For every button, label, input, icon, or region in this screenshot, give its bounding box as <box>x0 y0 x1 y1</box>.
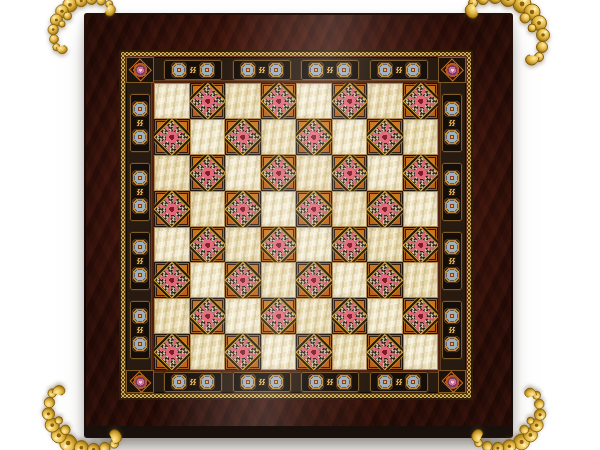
mosaic-diamond-rosette <box>190 227 226 263</box>
mosaic-diamond-rosette <box>403 83 439 119</box>
bead-connector <box>258 378 266 386</box>
bead-connector <box>448 257 456 265</box>
mosaic-diamond-rosette <box>367 119 403 155</box>
square-c7 <box>225 119 261 155</box>
mosaic-diamond-rosette <box>296 334 332 370</box>
square-b1 <box>190 334 226 370</box>
square-c5 <box>225 191 261 227</box>
rosette-medallion-icon <box>132 129 148 145</box>
square-f4 <box>332 227 368 263</box>
rosette-medallion-icon <box>444 239 460 255</box>
rosette-medallion-icon <box>268 62 284 78</box>
mosaic-diamond-rosette <box>296 191 332 227</box>
square-c6 <box>225 155 261 191</box>
mosaic-diamond-rosette <box>367 191 403 227</box>
square-e6 <box>296 155 332 191</box>
mosaic-diamond-rosette <box>225 334 261 370</box>
rosette-medallion-icon <box>240 62 256 78</box>
square-e5 <box>296 191 332 227</box>
mosaic-diamond-rosette <box>332 155 368 191</box>
border-corner-tile <box>126 57 154 83</box>
border-strip-left <box>126 83 154 370</box>
bead-connector <box>136 257 144 265</box>
square-h4 <box>403 227 439 263</box>
gold-bead-fillet <box>120 51 472 399</box>
rosette-medallion-icon <box>336 374 352 390</box>
mosaic-diamond-rosette <box>403 227 439 263</box>
square-g8 <box>367 83 403 119</box>
rosette-medallion-icon <box>444 170 460 186</box>
mosaic-diamond-rosette <box>154 262 190 298</box>
square-g1 <box>367 334 403 370</box>
bead-connector <box>136 326 144 334</box>
rosette-medallion-icon <box>308 374 324 390</box>
square-f1 <box>332 334 368 370</box>
rosette-medallion-icon <box>444 336 460 352</box>
rosette-medallion-icon <box>444 129 460 145</box>
mosaic-diamond-rosette <box>154 334 190 370</box>
square-f7 <box>332 119 368 155</box>
product-photo <box>0 0 600 450</box>
square-h5 <box>403 191 439 227</box>
bead-connector <box>395 66 403 74</box>
square-e8 <box>296 83 332 119</box>
mosaic-diamond-rosette <box>261 227 297 263</box>
square-a3 <box>154 262 190 298</box>
border-medallion-panel <box>442 163 462 221</box>
rosette-medallion-icon <box>444 308 460 324</box>
rosette-medallion-icon <box>132 267 148 283</box>
square-g5 <box>367 191 403 227</box>
mosaic-diamond-rosette <box>154 191 190 227</box>
border-medallion-panel <box>164 372 222 392</box>
bead-connector <box>448 119 456 127</box>
mosaic-diamond-rosette <box>190 83 226 119</box>
square-e1 <box>296 334 332 370</box>
square-b6 <box>190 155 226 191</box>
square-g7 <box>367 119 403 155</box>
square-f8 <box>332 83 368 119</box>
square-f5 <box>332 191 368 227</box>
border-strip-top <box>154 57 438 83</box>
square-d2 <box>261 298 297 334</box>
square-d1 <box>261 334 297 370</box>
chess-table-board <box>84 13 513 438</box>
rosette-medallion-icon <box>132 336 148 352</box>
chess-board <box>154 83 438 370</box>
border-medallion-panel <box>301 372 359 392</box>
square-b8 <box>190 83 226 119</box>
rosette-medallion-icon <box>444 198 460 214</box>
border-medallion-panel <box>233 60 291 80</box>
square-b7 <box>190 119 226 155</box>
rosette-medallion-icon <box>132 170 148 186</box>
rosette-medallion-icon <box>377 62 393 78</box>
square-c4 <box>225 227 261 263</box>
square-g2 <box>367 298 403 334</box>
square-e3 <box>296 262 332 298</box>
square-e4 <box>296 227 332 263</box>
border-strip-right <box>438 83 466 370</box>
mosaic-diamond-rosette <box>332 83 368 119</box>
bead-connector <box>326 378 334 386</box>
square-f3 <box>332 262 368 298</box>
square-c2 <box>225 298 261 334</box>
rosette-medallion-icon <box>336 62 352 78</box>
mosaic-diamond-rosette <box>190 155 226 191</box>
mosaic-diamond-rosette <box>154 119 190 155</box>
square-a8 <box>154 83 190 119</box>
square-c3 <box>225 262 261 298</box>
rosette-medallion-icon <box>199 62 215 78</box>
rosette-medallion-icon <box>132 239 148 255</box>
square-f2 <box>332 298 368 334</box>
rosette-medallion-icon <box>268 374 284 390</box>
border-medallion-panel <box>442 232 462 290</box>
border-medallion-panel <box>442 301 462 359</box>
corner-ornament-top-left-icon <box>46 0 126 72</box>
mosaic-diamond-rosette <box>403 155 439 191</box>
border-medallion-panel <box>370 60 428 80</box>
square-h8 <box>403 83 439 119</box>
square-g6 <box>367 155 403 191</box>
border-medallion-panel <box>301 60 359 80</box>
square-g3 <box>367 262 403 298</box>
mosaic-diamond-rosette <box>367 334 403 370</box>
rosette-medallion-icon <box>132 101 148 117</box>
bead-connector <box>136 188 144 196</box>
mosaic-diamond-rosette <box>225 262 261 298</box>
square-a2 <box>154 298 190 334</box>
mosaic-diamond-rosette <box>261 155 297 191</box>
square-a7 <box>154 119 190 155</box>
square-d8 <box>261 83 297 119</box>
square-a6 <box>154 155 190 191</box>
rosette-medallion-icon <box>171 374 187 390</box>
square-e2 <box>296 298 332 334</box>
border-medallion-panel <box>370 372 428 392</box>
rosette-medallion-icon <box>444 267 460 283</box>
square-d3 <box>261 262 297 298</box>
mosaic-border-band <box>126 57 466 393</box>
mosaic-diamond-rosette <box>225 191 261 227</box>
rosette-medallion-icon <box>444 101 460 117</box>
square-g4 <box>367 227 403 263</box>
square-h7 <box>403 119 439 155</box>
border-medallion-panel <box>233 372 291 392</box>
corner-ornament-bottom-left-icon <box>40 364 134 450</box>
rosette-medallion-icon <box>308 62 324 78</box>
square-b5 <box>190 191 226 227</box>
border-medallion-panel <box>442 94 462 152</box>
mosaic-diamond-rosette <box>190 298 226 334</box>
mosaic-diamond-rosette <box>261 83 297 119</box>
rosette-medallion-icon <box>132 198 148 214</box>
mosaic-diamond-rosette <box>296 119 332 155</box>
bead-connector <box>189 378 197 386</box>
square-h1 <box>403 334 439 370</box>
square-d4 <box>261 227 297 263</box>
square-a1 <box>154 334 190 370</box>
rosette-medallion-icon <box>377 374 393 390</box>
mosaic-diamond-rosette <box>367 262 403 298</box>
mosaic-diamond-rosette <box>296 262 332 298</box>
bead-connector <box>395 378 403 386</box>
border-medallion-panel <box>164 60 222 80</box>
mosaic-diamond-rosette <box>403 298 439 334</box>
corner-ornament-bottom-right-icon <box>460 368 548 450</box>
bead-connector <box>136 119 144 127</box>
square-c8 <box>225 83 261 119</box>
square-h3 <box>403 262 439 298</box>
square-b2 <box>190 298 226 334</box>
rosette-medallion-icon <box>199 374 215 390</box>
square-a4 <box>154 227 190 263</box>
corner-ornament-top-right-icon <box>452 0 552 88</box>
bead-connector <box>258 66 266 74</box>
square-b4 <box>190 227 226 263</box>
rosette-medallion-icon <box>405 62 421 78</box>
border-medallion-panel <box>130 232 150 290</box>
bead-connector <box>448 326 456 334</box>
mosaic-diamond-rosette <box>261 298 297 334</box>
rosette-medallion-icon <box>171 62 187 78</box>
border-medallion-panel <box>130 301 150 359</box>
square-d6 <box>261 155 297 191</box>
rosette-medallion-icon <box>132 308 148 324</box>
square-f6 <box>332 155 368 191</box>
square-b3 <box>190 262 226 298</box>
square-h6 <box>403 155 439 191</box>
mahogany-frame <box>86 15 511 426</box>
mosaic-diamond-rosette <box>332 298 368 334</box>
square-c1 <box>225 334 261 370</box>
mosaic-diamond-rosette <box>332 227 368 263</box>
mosaic-diamond-rosette <box>225 119 261 155</box>
rosette-medallion-icon <box>240 374 256 390</box>
square-h2 <box>403 298 439 334</box>
bead-connector <box>448 188 456 196</box>
rosette-medallion-icon <box>405 374 421 390</box>
square-a5 <box>154 191 190 227</box>
bead-connector <box>326 66 334 74</box>
border-medallion-panel <box>130 94 150 152</box>
bead-connector <box>189 66 197 74</box>
square-e7 <box>296 119 332 155</box>
square-d7 <box>261 119 297 155</box>
border-strip-bottom <box>154 370 438 393</box>
square-d5 <box>261 191 297 227</box>
border-medallion-panel <box>130 163 150 221</box>
